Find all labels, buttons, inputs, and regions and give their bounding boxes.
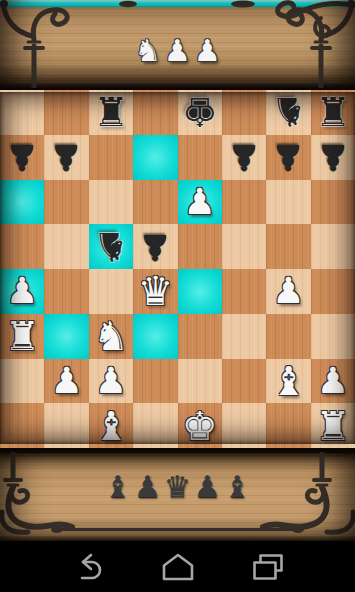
piece-black-knight: ♞ [93,227,129,267]
piece-black-pawn: ♟ [272,139,304,175]
piece-black-pawn: ♟ [139,229,171,265]
square-a4[interactable]: ♟ [0,269,44,314]
piece-white-pawn: ♟ [50,363,82,399]
square-f7[interactable]: ♟ [222,135,266,180]
piece-black-rook: ♜ [93,92,129,132]
square-b3[interactable] [44,314,88,359]
piece-black-pawn: ♟ [228,139,260,175]
square-d8[interactable] [133,90,177,135]
square-h8[interactable]: ♜ [311,90,355,135]
square-h7[interactable]: ♟ [311,135,355,180]
square-b1[interactable] [44,403,88,448]
square-d4[interactable]: ♛ [133,269,177,314]
square-a7[interactable]: ♟ [0,135,44,180]
square-f5[interactable] [222,224,266,269]
piece-white-pawn: ♟ [272,273,304,309]
home-button[interactable] [161,552,195,582]
chess-app-screen: ♞♟♟ ♜♚♞♜♟♟♟♟♟♟♞♟♟♛♟♜♞♟♟♝♟♝♚♜ ♝♟♛♟♝ [0,0,355,592]
square-e2[interactable] [178,359,222,404]
square-b7[interactable]: ♟ [44,135,88,180]
square-d6[interactable] [133,180,177,225]
piece-white-queen: ♛ [137,271,173,311]
captured-black-pawn: ♟ [134,472,161,502]
square-h5[interactable] [311,224,355,269]
square-b8[interactable] [44,90,88,135]
captured-white-pawn: ♟ [164,36,191,66]
recents-icon [251,552,285,582]
captured-white-tray: ♞♟♟ [0,24,355,66]
square-h3[interactable] [311,314,355,359]
piece-black-king: ♚ [182,92,218,132]
square-c3[interactable]: ♞ [89,314,133,359]
square-g1[interactable] [266,403,310,448]
square-f2[interactable] [222,359,266,404]
piece-white-pawn: ♟ [6,273,38,309]
captured-white-pawn: ♟ [194,36,221,66]
piece-white-pawn: ♟ [95,363,127,399]
piece-white-bishop: ♝ [271,361,307,401]
square-b6[interactable] [44,180,88,225]
home-icon [161,552,195,582]
piece-black-pawn: ♟ [317,139,349,175]
square-e6[interactable]: ♟ [178,180,222,225]
square-c4[interactable] [89,269,133,314]
square-d1[interactable] [133,403,177,448]
square-e8[interactable]: ♚ [178,90,222,135]
square-g3[interactable] [266,314,310,359]
square-b2[interactable]: ♟ [44,359,88,404]
square-h4[interactable] [311,269,355,314]
square-d3[interactable] [133,314,177,359]
square-g2[interactable]: ♝ [266,359,310,404]
square-c1[interactable]: ♝ [89,403,133,448]
square-a2[interactable] [0,359,44,404]
square-a5[interactable] [0,224,44,269]
captured-black-tray: ♝♟♛♟♝ [0,464,355,502]
piece-white-knight: ♞ [93,316,129,356]
square-b5[interactable] [44,224,88,269]
square-h2[interactable]: ♟ [311,359,355,404]
square-c7[interactable] [89,135,133,180]
square-e1[interactable]: ♚ [178,403,222,448]
captured-black-queen: ♛ [164,472,191,502]
square-d7[interactable] [133,135,177,180]
square-a3[interactable]: ♜ [0,314,44,359]
square-a6[interactable] [0,180,44,225]
square-c2[interactable]: ♟ [89,359,133,404]
square-c8[interactable]: ♜ [89,90,133,135]
top-panel: ♞♟♟ [0,0,355,88]
square-h6[interactable] [311,180,355,225]
square-e3[interactable] [178,314,222,359]
square-d2[interactable] [133,359,177,404]
square-a8[interactable] [0,90,44,135]
square-g6[interactable] [266,180,310,225]
square-a1[interactable] [0,403,44,448]
piece-white-rook: ♜ [315,406,351,446]
square-h1[interactable]: ♜ [311,403,355,448]
square-f4[interactable] [222,269,266,314]
piece-black-pawn: ♟ [50,139,82,175]
captured-black-bishop: ♝ [224,472,251,502]
square-g5[interactable] [266,224,310,269]
square-f1[interactable] [222,403,266,448]
square-e7[interactable] [178,135,222,180]
captured-black-bishop: ♝ [104,472,131,502]
square-c6[interactable] [89,180,133,225]
back-button[interactable] [71,552,105,582]
bottom-panel: ♝♟♛♟♝ [0,452,355,541]
captured-black-pawn: ♟ [194,472,221,502]
square-e4[interactable] [178,269,222,314]
square-f6[interactable] [222,180,266,225]
recents-button[interactable] [251,552,285,582]
piece-black-knight: ♞ [271,92,307,132]
piece-white-pawn: ♟ [184,184,216,220]
square-e5[interactable] [178,224,222,269]
accent-strip [0,0,355,7]
android-nav-bar [0,541,355,592]
square-g7[interactable]: ♟ [266,135,310,180]
piece-white-king: ♚ [182,406,218,446]
square-f3[interactable] [222,314,266,359]
square-g4[interactable]: ♟ [266,269,310,314]
captured-white-knight: ♞ [134,36,161,66]
piece-white-pawn: ♟ [317,363,349,399]
chess-board: ♜♚♞♜♟♟♟♟♟♟♞♟♟♛♟♜♞♟♟♝♟♝♚♜ [0,88,355,452]
square-b4[interactable] [44,269,88,314]
square-g8[interactable]: ♞ [266,90,310,135]
piece-white-rook: ♜ [4,316,40,356]
piece-white-bishop: ♝ [93,406,129,446]
piece-black-rook: ♜ [315,92,351,132]
square-c5[interactable]: ♞ [89,224,133,269]
piece-black-pawn: ♟ [6,139,38,175]
square-f8[interactable] [222,90,266,135]
square-d5[interactable]: ♟ [133,224,177,269]
back-icon [71,552,105,582]
